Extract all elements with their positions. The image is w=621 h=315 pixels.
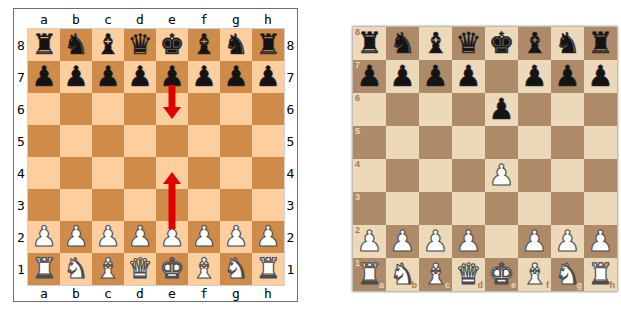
square-c7: ♟: [92, 61, 124, 93]
coord-rank-2: 2: [355, 226, 360, 235]
square-e4: [156, 157, 188, 189]
coord-rank-3: 3: [355, 193, 360, 202]
page: abcdefgh 87654321 ♜♞♝♛♚♝♞♜♟♟♟♟♟♟♟♟♟♟♟♟♟♟…: [0, 0, 621, 315]
rank-label-7: 7: [14, 61, 28, 93]
file-label-d: d: [124, 285, 156, 301]
file-label-g: g: [220, 9, 252, 29]
black-bishop-f8[interactable]: ♝: [522, 29, 548, 58]
file-label-g: g: [220, 285, 252, 301]
square-a5: [28, 125, 60, 157]
square-b4[interactable]: [386, 159, 419, 192]
file-label-b: b: [60, 285, 92, 301]
coord-rank-5: 5: [355, 127, 360, 136]
square-d3: [124, 189, 156, 221]
black-pawn-b7[interactable]: ♟: [390, 62, 416, 91]
square-g3: [220, 189, 252, 221]
square-a5[interactable]: 5: [353, 126, 386, 159]
left-board-corner: [14, 285, 28, 301]
file-label-e: e: [156, 9, 188, 29]
square-g3[interactable]: [551, 192, 584, 225]
left-board-corner: [14, 9, 28, 29]
rank-label-2: 2: [14, 221, 28, 253]
square-b6[interactable]: [386, 93, 419, 126]
file-label-h: h: [252, 285, 284, 301]
black-rook-h8[interactable]: ♜: [588, 29, 614, 58]
rank-label-1: 1: [284, 253, 297, 285]
left-board-file-labels-top: abcdefgh: [28, 9, 284, 29]
white-bishop-c1: ♝: [95, 255, 120, 283]
square-c3[interactable]: [419, 192, 452, 225]
white-pawn-b2[interactable]: ♟: [390, 227, 416, 256]
white-pawn-b2: ♟: [63, 223, 88, 251]
square-d7: ♟: [124, 61, 156, 93]
square-f7[interactable]: ♟: [518, 60, 551, 93]
white-pawn-f2[interactable]: ♟: [522, 227, 548, 256]
black-pawn-a7: ♟: [31, 63, 56, 91]
square-c5[interactable]: [419, 126, 452, 159]
square-f5[interactable]: [518, 126, 551, 159]
square-c1: ♝: [92, 253, 124, 285]
black-queen-d8[interactable]: ♛: [456, 29, 482, 58]
square-f2: ♟: [188, 221, 220, 253]
black-bishop-f8: ♝: [191, 31, 216, 59]
coord-file-e: e: [511, 281, 516, 290]
white-rook-a1: ♜: [31, 255, 56, 283]
square-f3[interactable]: [518, 192, 551, 225]
square-e1: ♚: [156, 253, 188, 285]
left-board-corner: [284, 285, 297, 301]
white-pawn-a2[interactable]: ♟: [357, 227, 383, 256]
square-h7[interactable]: ♟: [584, 60, 617, 93]
square-a8[interactable]: 8♜: [353, 27, 386, 60]
white-pawn-f2: ♟: [191, 223, 216, 251]
file-label-a: a: [28, 285, 60, 301]
white-pawn-g2: ♟: [223, 223, 248, 251]
square-b5: [60, 125, 92, 157]
square-b8: ♞: [60, 29, 92, 61]
square-g4[interactable]: [551, 159, 584, 192]
square-b2[interactable]: ♟: [386, 225, 419, 258]
square-d2: ♟: [124, 221, 156, 253]
white-pawn-d2[interactable]: ♟: [456, 227, 482, 256]
square-h5: [252, 125, 284, 157]
square-g2[interactable]: ♟: [551, 225, 584, 258]
square-f6[interactable]: [518, 93, 551, 126]
coord-rank-8: 8: [355, 28, 360, 37]
square-g8[interactable]: ♞: [551, 27, 584, 60]
black-knight-g8: ♞: [223, 31, 248, 59]
square-f4[interactable]: [518, 159, 551, 192]
square-g5: [220, 125, 252, 157]
black-pawn-c7: ♟: [95, 63, 120, 91]
square-b3: [60, 189, 92, 221]
square-b4: [60, 157, 92, 189]
square-h8: ♜: [252, 29, 284, 61]
square-e1[interactable]: e♚: [485, 258, 518, 291]
square-d6[interactable]: [452, 93, 485, 126]
black-pawn-d7: ♟: [127, 63, 152, 91]
black-queen-d8: ♛: [127, 31, 152, 59]
square-h2: ♟: [252, 221, 284, 253]
coord-file-f: f: [546, 281, 549, 290]
coord-rank-1: 1: [355, 259, 360, 268]
square-g1: ♞: [220, 253, 252, 285]
white-bishop-f1[interactable]: ♝: [522, 260, 548, 289]
square-h1[interactable]: h♜: [584, 258, 617, 291]
square-e2[interactable]: [485, 225, 518, 258]
square-d3[interactable]: [452, 192, 485, 225]
square-c8[interactable]: ♝: [419, 27, 452, 60]
square-f5: [188, 125, 220, 157]
rank-label-3: 3: [284, 189, 297, 221]
black-pawn-f7: ♟: [191, 63, 216, 91]
square-h4: [252, 157, 284, 189]
black-pawn-f7[interactable]: ♟: [522, 62, 548, 91]
rank-label-4: 4: [14, 157, 28, 189]
white-knight-b1: ♞: [63, 255, 88, 283]
square-c3: [92, 189, 124, 221]
white-pawn-h2: ♟: [255, 223, 280, 251]
square-d8: ♛: [124, 29, 156, 61]
black-bishop-c8: ♝: [95, 31, 120, 59]
square-a7: ♟: [28, 61, 60, 93]
square-a1: ♜: [28, 253, 60, 285]
square-c4[interactable]: [419, 159, 452, 192]
square-h3[interactable]: [584, 192, 617, 225]
square-d5[interactable]: [452, 126, 485, 159]
left-board: abcdefgh 87654321 ♜♞♝♛♚♝♞♜♟♟♟♟♟♟♟♟♟♟♟♟♟♟…: [13, 8, 298, 302]
black-pawn-e6[interactable]: ♟: [489, 95, 515, 124]
square-b3[interactable]: [386, 192, 419, 225]
square-c7[interactable]: ♟: [419, 60, 452, 93]
rank-label-3: 3: [14, 189, 28, 221]
black-knight-b8: ♞: [63, 31, 88, 59]
file-label-f: f: [188, 285, 220, 301]
square-d4: [124, 157, 156, 189]
square-d1: ♛: [124, 253, 156, 285]
file-label-a: a: [28, 9, 60, 29]
square-g7: ♟: [220, 61, 252, 93]
rank-label-1: 1: [14, 253, 28, 285]
right-board: 8♜♞♝♛♚♝♞♜7♟♟♟♟♟♟♟6♟54♟32♟♟♟♟♟♟♟1a♜b♞c♝d♛…: [353, 27, 617, 291]
square-c8: ♝: [92, 29, 124, 61]
left-board-rank-labels-right: 87654321: [284, 29, 297, 285]
rank-label-6: 6: [14, 93, 28, 125]
coord-file-g: g: [577, 281, 583, 290]
square-g1[interactable]: g♞: [551, 258, 584, 291]
rank-label-5: 5: [284, 125, 297, 157]
square-a3[interactable]: 3: [353, 192, 386, 225]
square-f8[interactable]: ♝: [518, 27, 551, 60]
coord-file-c: c: [445, 281, 450, 290]
file-label-d: d: [124, 9, 156, 29]
square-e5: [156, 125, 188, 157]
square-b7[interactable]: ♟: [386, 60, 419, 93]
square-a4: [28, 157, 60, 189]
square-c6[interactable]: [419, 93, 452, 126]
black-rook-a8[interactable]: ♜: [357, 29, 383, 58]
square-e5[interactable]: [485, 126, 518, 159]
black-king-e8: ♚: [159, 31, 184, 59]
rank-label-2: 2: [284, 221, 297, 253]
black-pawn-g7: ♟: [223, 63, 248, 91]
rank-label-6: 6: [284, 93, 297, 125]
square-e6: [156, 93, 188, 125]
square-f6: [188, 93, 220, 125]
square-h8[interactable]: ♜: [584, 27, 617, 60]
square-g8: ♞: [220, 29, 252, 61]
square-f1: ♝: [188, 253, 220, 285]
square-c5: [92, 125, 124, 157]
square-c6: [92, 93, 124, 125]
square-e6[interactable]: ♟: [485, 93, 518, 126]
file-label-e: e: [156, 285, 188, 301]
square-d8[interactable]: ♛: [452, 27, 485, 60]
black-pawn-h7[interactable]: ♟: [588, 62, 614, 91]
white-pawn-c2[interactable]: ♟: [423, 227, 449, 256]
square-f2[interactable]: ♟: [518, 225, 551, 258]
square-a7[interactable]: 7♟: [353, 60, 386, 93]
file-label-c: c: [92, 285, 124, 301]
white-knight-g1: ♞: [223, 255, 248, 283]
white-king-e1: ♚: [159, 255, 184, 283]
square-g6: [220, 93, 252, 125]
black-pawn-h7: ♟: [255, 63, 280, 91]
coord-file-d: d: [478, 281, 484, 290]
square-e8: ♚: [156, 29, 188, 61]
square-f8: ♝: [188, 29, 220, 61]
black-pawn-g7[interactable]: ♟: [555, 62, 581, 91]
square-b1: ♞: [60, 253, 92, 285]
square-e7: ♟: [156, 61, 188, 93]
white-pawn-a2: ♟: [31, 223, 56, 251]
rank-label-7: 7: [284, 61, 297, 93]
rank-label-5: 5: [14, 125, 28, 157]
square-d4[interactable]: [452, 159, 485, 192]
white-rook-h1: ♜: [255, 255, 280, 283]
rank-label-4: 4: [284, 157, 297, 189]
black-pawn-c7[interactable]: ♟: [423, 62, 449, 91]
square-d7[interactable]: ♟: [452, 60, 485, 93]
white-pawn-d2: ♟: [127, 223, 152, 251]
square-e4[interactable]: ♟: [485, 159, 518, 192]
square-b1[interactable]: b♞: [386, 258, 419, 291]
black-pawn-e7: ♟: [159, 63, 184, 91]
left-board-rank-labels-left: 87654321: [14, 29, 28, 285]
file-label-b: b: [60, 9, 92, 29]
square-g7[interactable]: ♟: [551, 60, 584, 93]
black-knight-b8[interactable]: ♞: [390, 29, 416, 58]
square-c2: ♟: [92, 221, 124, 253]
coord-rank-4: 4: [355, 160, 360, 169]
square-e3[interactable]: [485, 192, 518, 225]
black-rook-h8: ♜: [255, 31, 280, 59]
black-rook-a8: ♜: [31, 31, 56, 59]
square-h6: [252, 93, 284, 125]
black-pawn-a7[interactable]: ♟: [357, 62, 383, 91]
square-f1[interactable]: f♝: [518, 258, 551, 291]
square-d2[interactable]: ♟: [452, 225, 485, 258]
square-h7: ♟: [252, 61, 284, 93]
square-e7[interactable]: [485, 60, 518, 93]
square-a1[interactable]: 1a♜: [353, 258, 386, 291]
square-a6[interactable]: 6: [353, 93, 386, 126]
left-board-file-labels-bottom: abcdefgh: [28, 285, 284, 301]
black-pawn-b7: ♟: [63, 63, 88, 91]
white-pawn-h2[interactable]: ♟: [588, 227, 614, 256]
square-h2[interactable]: ♟: [584, 225, 617, 258]
file-label-c: c: [92, 9, 124, 29]
white-pawn-e2: ♟: [159, 223, 184, 251]
rank-label-8: 8: [14, 29, 28, 61]
square-h1: ♜: [252, 253, 284, 285]
square-b5[interactable]: [386, 126, 419, 159]
square-a4[interactable]: 4: [353, 159, 386, 192]
square-h5[interactable]: [584, 126, 617, 159]
square-b2: ♟: [60, 221, 92, 253]
coord-file-a: a: [379, 281, 384, 290]
square-a8: ♜: [28, 29, 60, 61]
square-d5: [124, 125, 156, 157]
square-b8[interactable]: ♞: [386, 27, 419, 60]
square-d1[interactable]: d♛: [452, 258, 485, 291]
white-pawn-g2[interactable]: ♟: [555, 227, 581, 256]
square-c2[interactable]: ♟: [419, 225, 452, 258]
square-e8[interactable]: ♚: [485, 27, 518, 60]
file-label-f: f: [188, 9, 220, 29]
square-a3: [28, 189, 60, 221]
square-h6[interactable]: [584, 93, 617, 126]
square-e2: ♟: [156, 221, 188, 253]
white-queen-d1: ♛: [127, 255, 152, 283]
coord-file-h: h: [610, 281, 616, 290]
square-a2: ♟: [28, 221, 60, 253]
left-board-corner: [284, 9, 297, 29]
square-c1[interactable]: c♝: [419, 258, 452, 291]
white-pawn-e4[interactable]: ♟: [489, 161, 515, 190]
black-bishop-c8[interactable]: ♝: [423, 29, 449, 58]
square-f7: ♟: [188, 61, 220, 93]
square-b6: [60, 93, 92, 125]
square-b7: ♟: [60, 61, 92, 93]
square-f3: [188, 189, 220, 221]
black-king-e8[interactable]: ♚: [489, 29, 515, 58]
square-e3: [156, 189, 188, 221]
square-g6[interactable]: [551, 93, 584, 126]
rank-label-8: 8: [284, 29, 297, 61]
coord-rank-6: 6: [355, 94, 360, 103]
square-h4[interactable]: [584, 159, 617, 192]
square-c4: [92, 157, 124, 189]
black-pawn-d7[interactable]: ♟: [456, 62, 482, 91]
square-g2: ♟: [220, 221, 252, 253]
coord-rank-7: 7: [355, 61, 360, 70]
black-knight-g8[interactable]: ♞: [555, 29, 581, 58]
square-g5[interactable]: [551, 126, 584, 159]
white-pawn-c2: ♟: [95, 223, 120, 251]
square-g4: [220, 157, 252, 189]
square-a2[interactable]: 2♟: [353, 225, 386, 258]
square-f4: [188, 157, 220, 189]
white-bishop-f1: ♝: [191, 255, 216, 283]
left-board-squares: ♜♞♝♛♚♝♞♜♟♟♟♟♟♟♟♟♟♟♟♟♟♟♟♟♜♞♝♛♚♝♞♜: [28, 29, 284, 285]
file-label-h: h: [252, 9, 284, 29]
coord-file-b: b: [412, 281, 418, 290]
square-d6: [124, 93, 156, 125]
square-a6: [28, 93, 60, 125]
square-h3: [252, 189, 284, 221]
